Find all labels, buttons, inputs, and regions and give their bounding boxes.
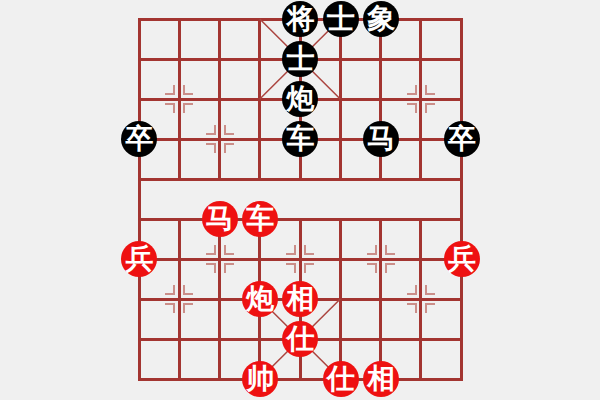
black-advisor[interactable]: 士	[282, 41, 318, 77]
black-chariot[interactable]: 车	[282, 121, 318, 157]
red-soldier[interactable]: 兵	[121, 241, 157, 277]
xiangqi-board: 将士象士炮卒车马卒马车兵兵炮相仕帅仕相	[0, 0, 600, 400]
red-elephant[interactable]: 相	[363, 361, 399, 397]
red-horse[interactable]: 马	[202, 201, 238, 237]
piece-grid: 将士象士炮卒车马卒马车兵兵炮相仕帅仕相	[119, 0, 482, 399]
black-general[interactable]: 将	[282, 1, 318, 37]
black-elephant[interactable]: 象	[363, 1, 399, 37]
black-cannon[interactable]: 炮	[282, 81, 318, 117]
red-chariot[interactable]: 车	[242, 201, 278, 237]
red-general[interactable]: 帅	[242, 361, 278, 397]
black-horse[interactable]: 马	[363, 121, 399, 157]
red-advisor[interactable]: 仕	[323, 361, 359, 397]
black-soldier[interactable]: 卒	[121, 121, 157, 157]
red-cannon[interactable]: 炮	[242, 281, 278, 317]
red-advisor[interactable]: 仕	[282, 321, 318, 357]
red-elephant[interactable]: 相	[282, 281, 318, 317]
red-soldier[interactable]: 兵	[444, 241, 480, 277]
black-soldier[interactable]: 卒	[444, 121, 480, 157]
black-advisor[interactable]: 士	[323, 1, 359, 37]
